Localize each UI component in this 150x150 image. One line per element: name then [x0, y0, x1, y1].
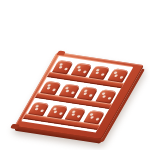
perforation-hole: [77, 68, 81, 71]
card-interior: [21, 56, 133, 133]
perforation-hole: [34, 107, 38, 110]
perforation-hole: [95, 118, 99, 121]
marker-tag: [40, 81, 62, 95]
perforation-hole: [58, 112, 62, 115]
perforation-hole: [119, 76, 123, 79]
perforation-hole: [101, 73, 105, 76]
perforation-hole: [95, 71, 99, 74]
perforation-hole: [90, 116, 94, 119]
perforation-hole: [58, 66, 62, 69]
marker-tag: [28, 102, 50, 116]
perforation-hole: [70, 91, 74, 94]
perforation-hole: [114, 74, 118, 77]
perforation-hole: [65, 89, 69, 92]
marker-tag: [52, 60, 74, 74]
perforation-hole: [64, 67, 68, 70]
perforation-hole: [40, 109, 44, 112]
perforation-hole: [77, 115, 81, 118]
perforation-hole: [83, 92, 87, 95]
perforation-hole: [52, 88, 56, 91]
marker-card: [14, 52, 144, 140]
card-shadow-wrapper: [0, 0, 150, 150]
perforation-hole: [102, 95, 106, 98]
perforation-hole: [107, 97, 111, 100]
perforation-hole: [89, 94, 93, 97]
perforation-hole: [53, 110, 57, 113]
product-photo: [0, 0, 150, 150]
perforation-hole: [46, 87, 50, 90]
perforation-hole: [82, 70, 86, 73]
perforation-hole: [71, 113, 75, 116]
